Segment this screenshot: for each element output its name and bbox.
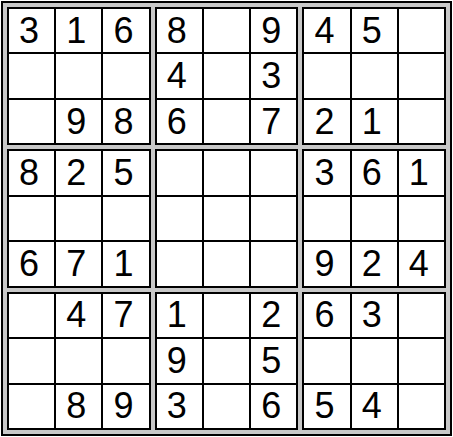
sudoku-box-2: 894367	[155, 7, 299, 145]
cell-r4c7[interactable]: 3	[304, 151, 349, 194]
cell-r6c8[interactable]: 2	[352, 242, 397, 285]
sudoku-box-5	[155, 149, 299, 287]
cell-r4c9[interactable]: 1	[399, 151, 444, 194]
cell-r5c2[interactable]	[56, 197, 101, 240]
cell-r9c4[interactable]: 3	[157, 385, 202, 428]
cell-r9c6[interactable]: 6	[251, 385, 296, 428]
cell-r7c5[interactable]	[204, 294, 249, 337]
cell-r8c1[interactable]	[9, 339, 54, 382]
cell-r3c6[interactable]: 7	[251, 100, 296, 143]
cell-r9c3[interactable]: 9	[103, 385, 148, 428]
cell-r3c2[interactable]: 9	[56, 100, 101, 143]
cell-r5c6[interactable]	[251, 197, 296, 240]
cell-r6c3[interactable]: 1	[103, 242, 148, 285]
cell-r8c5[interactable]	[204, 339, 249, 382]
cell-r6c9[interactable]: 4	[399, 242, 444, 285]
cell-r1c2[interactable]: 1	[56, 9, 101, 52]
cell-r4c5[interactable]	[204, 151, 249, 194]
sudoku-box-6: 361924	[302, 149, 446, 287]
cell-r6c7[interactable]: 9	[304, 242, 349, 285]
cell-r3c9[interactable]	[399, 100, 444, 143]
cell-r3c8[interactable]: 1	[352, 100, 397, 143]
sudoku-box-1: 31698	[7, 7, 151, 145]
cell-r2c8[interactable]	[352, 54, 397, 97]
sudoku-box-3: 4521	[302, 7, 446, 145]
cell-r5c7[interactable]	[304, 197, 349, 240]
cell-r1c4[interactable]: 8	[157, 9, 202, 52]
cell-r8c4[interactable]: 9	[157, 339, 202, 382]
cell-r3c1[interactable]	[9, 100, 54, 143]
cell-r9c1[interactable]	[9, 385, 54, 428]
cell-r3c7[interactable]: 2	[304, 100, 349, 143]
cell-r2c1[interactable]	[9, 54, 54, 97]
cell-r5c1[interactable]	[9, 197, 54, 240]
sudoku-box-4: 825671	[7, 149, 151, 287]
cell-r8c9[interactable]	[399, 339, 444, 382]
cell-r1c5[interactable]	[204, 9, 249, 52]
cell-r9c8[interactable]: 4	[352, 385, 397, 428]
cell-r9c9[interactable]	[399, 385, 444, 428]
cell-r1c6[interactable]: 9	[251, 9, 296, 52]
cell-r8c8[interactable]	[352, 339, 397, 382]
cell-r9c5[interactable]	[204, 385, 249, 428]
cell-r2c3[interactable]	[103, 54, 148, 97]
cell-r7c7[interactable]: 6	[304, 294, 349, 337]
cell-r1c3[interactable]: 6	[103, 9, 148, 52]
cell-r4c8[interactable]: 6	[352, 151, 397, 194]
cell-r5c4[interactable]	[157, 197, 202, 240]
cell-r5c8[interactable]	[352, 197, 397, 240]
cell-r8c6[interactable]: 5	[251, 339, 296, 382]
cell-r7c6[interactable]: 2	[251, 294, 296, 337]
cell-r7c4[interactable]: 1	[157, 294, 202, 337]
cell-r1c9[interactable]	[399, 9, 444, 52]
cell-r4c6[interactable]	[251, 151, 296, 194]
cell-r8c2[interactable]	[56, 339, 101, 382]
cell-r5c5[interactable]	[204, 197, 249, 240]
cell-r4c2[interactable]: 2	[56, 151, 101, 194]
cell-r3c3[interactable]: 8	[103, 100, 148, 143]
cell-r9c7[interactable]: 5	[304, 385, 349, 428]
cell-r2c7[interactable]	[304, 54, 349, 97]
cell-r8c7[interactable]	[304, 339, 349, 382]
cell-r3c5[interactable]	[204, 100, 249, 143]
cell-r2c5[interactable]	[204, 54, 249, 97]
cell-r7c1[interactable]	[9, 294, 54, 337]
cell-r5c9[interactable]	[399, 197, 444, 240]
sudoku-box-8: 129536	[155, 292, 299, 430]
cell-r2c2[interactable]	[56, 54, 101, 97]
cell-r2c6[interactable]: 3	[251, 54, 296, 97]
cell-r7c9[interactable]	[399, 294, 444, 337]
cell-r6c1[interactable]: 6	[9, 242, 54, 285]
cell-r6c5[interactable]	[204, 242, 249, 285]
cell-r1c1[interactable]: 3	[9, 9, 54, 52]
sudoku-board: 3169889436745218256713619244789129536635…	[1, 1, 452, 436]
cell-r6c6[interactable]	[251, 242, 296, 285]
cell-r6c2[interactable]: 7	[56, 242, 101, 285]
cell-r4c4[interactable]	[157, 151, 202, 194]
cell-r1c7[interactable]: 4	[304, 9, 349, 52]
cell-r8c3[interactable]	[103, 339, 148, 382]
cell-r6c4[interactable]	[157, 242, 202, 285]
cell-r2c4[interactable]: 4	[157, 54, 202, 97]
cell-r7c3[interactable]: 7	[103, 294, 148, 337]
cell-r9c2[interactable]: 8	[56, 385, 101, 428]
cell-r2c9[interactable]	[399, 54, 444, 97]
cell-r5c3[interactable]	[103, 197, 148, 240]
sudoku-box-7: 4789	[7, 292, 151, 430]
cell-r4c3[interactable]: 5	[103, 151, 148, 194]
sudoku-box-9: 6354	[302, 292, 446, 430]
cell-r1c8[interactable]: 5	[352, 9, 397, 52]
cell-r3c4[interactable]: 6	[157, 100, 202, 143]
cell-r7c2[interactable]: 4	[56, 294, 101, 337]
cell-r7c8[interactable]: 3	[352, 294, 397, 337]
cell-r4c1[interactable]: 8	[9, 151, 54, 194]
